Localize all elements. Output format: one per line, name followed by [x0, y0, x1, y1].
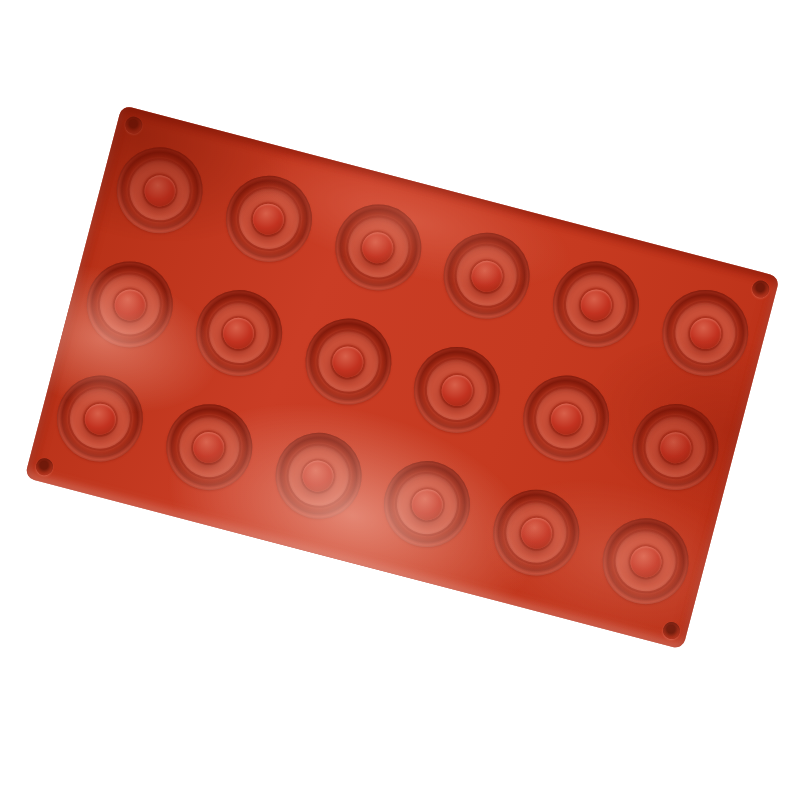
cavity-center-bump — [468, 257, 506, 295]
cavity-center-bump — [190, 428, 228, 466]
photo-background — [0, 0, 800, 800]
donut-cavity-r3c1 — [47, 366, 152, 471]
donut-cavity-r1c2 — [216, 166, 321, 271]
donut-cavity-r1c3 — [325, 195, 430, 300]
cavity-center-bump — [111, 286, 149, 324]
cavity-center-bump — [81, 400, 119, 438]
donut-cavity-r2c1 — [77, 252, 182, 357]
cavity-center-bump — [250, 200, 288, 238]
cavity-center-bump — [657, 428, 695, 466]
donut-cavity-r3c3 — [266, 423, 371, 528]
donut-cavity-r2c3 — [296, 309, 401, 414]
cavity-center-bump — [329, 343, 367, 381]
cavity-center-bump — [686, 314, 724, 352]
cavity-center-bump — [547, 400, 585, 438]
donut-cavity-r3c5 — [484, 480, 589, 585]
cavity-center-bump — [577, 285, 615, 323]
cavity-center-bump — [359, 228, 397, 266]
cavity-center-bump — [627, 542, 665, 580]
donut-cavity-r3c2 — [157, 395, 262, 500]
donut-cavity-r2c6 — [623, 395, 728, 500]
corner-hole-bottom-right — [661, 620, 682, 641]
cavity-center-bump — [141, 171, 179, 209]
donut-cavity-r2c2 — [186, 281, 291, 386]
cavity-center-bump — [438, 371, 476, 409]
cavity-center-bump — [220, 314, 258, 352]
donut-cavity-r3c6 — [593, 509, 698, 614]
donut-cavity-r2c4 — [405, 338, 510, 443]
donut-cavity-r3c4 — [375, 452, 480, 557]
donut-cavity-r2c5 — [514, 366, 619, 471]
donut-cavity-r1c1 — [107, 138, 212, 243]
corner-hole-top-right — [750, 278, 771, 299]
silicone-donut-mold — [25, 105, 780, 649]
corner-hole-bottom-left — [34, 456, 55, 477]
cavity-center-bump — [299, 457, 337, 495]
donut-cavity-r1c5 — [544, 252, 649, 357]
cavity-center-bump — [518, 514, 556, 552]
donut-cavity-r1c4 — [435, 223, 540, 328]
cavity-center-bump — [408, 485, 446, 523]
donut-cavity-r1c6 — [653, 280, 758, 385]
corner-hole-top-left — [123, 114, 144, 135]
